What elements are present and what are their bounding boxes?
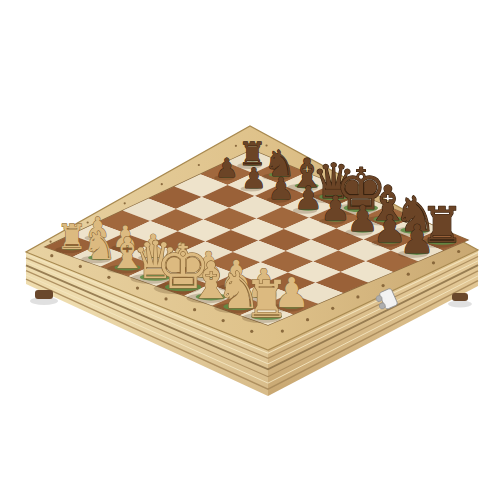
frame-pin xyxy=(331,307,334,310)
frame-pin xyxy=(198,164,200,166)
black-pawn-h7: ♟ xyxy=(398,216,435,262)
box-foot-right xyxy=(452,293,468,301)
foot-shadow xyxy=(448,301,472,308)
piece-glyph: ♟ xyxy=(399,216,435,262)
frame-pin xyxy=(356,295,359,298)
frame-pin xyxy=(235,145,237,147)
frame-pin xyxy=(381,284,384,287)
black-pawn-d7: ♟ xyxy=(293,179,323,217)
black-pawn-c7: ♟ xyxy=(267,171,295,206)
box-foot-left xyxy=(35,290,53,299)
frame-pin xyxy=(161,183,163,185)
chess-board-svg: ♜♞♟♝♟♛♟♚♟♝♟♟♞♟♟♜♟♜♟♟♞♟♝♟♛♟♚♟♝♟♞♜ xyxy=(0,0,500,500)
black-pawn-a7: ♟ xyxy=(214,153,238,183)
frame-pin xyxy=(250,330,253,333)
frame-pin xyxy=(306,318,309,321)
frame-pin xyxy=(407,273,410,276)
white-rook-h1: ♜ xyxy=(242,270,289,329)
piece-glyph: ♟ xyxy=(268,171,295,206)
frame-pin xyxy=(50,254,53,257)
piece-glyph: ♟ xyxy=(241,162,266,195)
piece-glyph: ♟ xyxy=(294,179,323,217)
frame-pin xyxy=(49,241,51,243)
piece-glyph: ♟ xyxy=(215,153,239,183)
piece-glyph: ♜ xyxy=(244,270,290,329)
chess-set-product-photo: ♜♞♟♝♟♛♟♚♟♝♟♟♞♟♟♜♟♜♟♟♞♟♝♟♛♟♚♟♝♟♞♜ xyxy=(0,0,500,500)
black-pawn-b7: ♟ xyxy=(240,162,266,195)
frame-pin xyxy=(281,329,284,332)
frame-pin xyxy=(124,202,126,204)
